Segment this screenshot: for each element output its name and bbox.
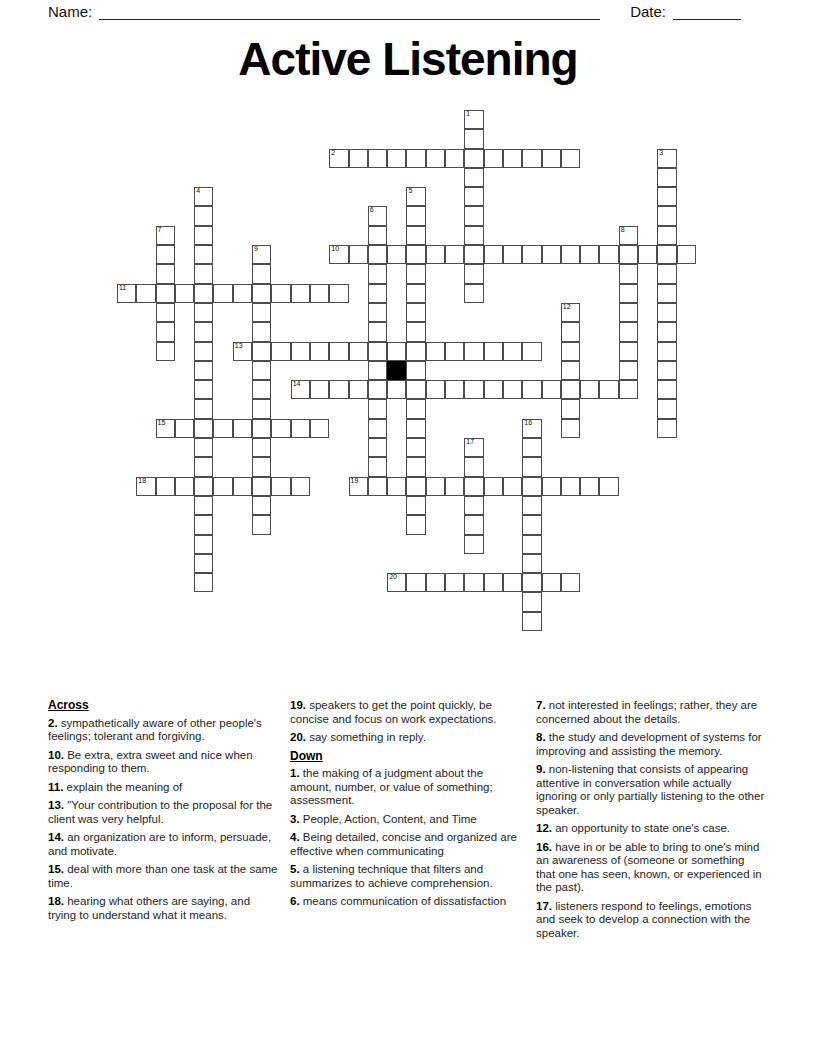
clue-column-3: 7. not interested in feelings; rather, t…	[536, 699, 766, 945]
cell-9-15[interactable]	[406, 284, 425, 303]
cell-13-23[interactable]	[561, 361, 580, 380]
cell-23-4[interactable]	[194, 554, 213, 573]
cell-9-7[interactable]	[252, 284, 271, 303]
cell-8-7[interactable]	[252, 264, 271, 283]
cell-number-3: 3	[659, 149, 663, 157]
cell-16-9[interactable]	[291, 419, 310, 438]
cell-11-4[interactable]	[194, 322, 213, 341]
cell-21-7[interactable]	[252, 515, 271, 534]
cell-16-28[interactable]	[657, 419, 676, 438]
cell-10-28[interactable]	[657, 303, 676, 322]
cell-7-4[interactable]	[194, 245, 213, 264]
cell-19-19[interactable]	[484, 477, 503, 496]
cell-7-21[interactable]	[522, 245, 541, 264]
cell-9-13[interactable]	[368, 284, 387, 303]
cell-7-19[interactable]	[484, 245, 503, 264]
cell-9-8[interactable]	[271, 284, 290, 303]
cell-20-15[interactable]	[406, 496, 425, 515]
cell-10-4[interactable]	[194, 303, 213, 322]
cell-15-4[interactable]	[194, 399, 213, 418]
cell-5-13[interactable]: 6	[368, 206, 387, 225]
cell-19-16[interactable]	[426, 477, 445, 496]
cell-19-14[interactable]	[387, 477, 406, 496]
cell-10-26[interactable]	[619, 303, 638, 322]
cell-6-4[interactable]	[194, 226, 213, 245]
cell-24-17[interactable]	[445, 573, 464, 592]
cell-2-15[interactable]	[406, 149, 425, 168]
cell-10-13[interactable]	[368, 303, 387, 322]
crossword-grid: 1234567891011121314151617181920	[117, 110, 696, 631]
cell-16-2[interactable]: 15	[156, 419, 175, 438]
cell-12-19[interactable]	[484, 342, 503, 361]
cell-9-26[interactable]	[619, 284, 638, 303]
clue-17: 17. listeners respond to feelings, emoti…	[536, 900, 766, 941]
cell-16-6[interactable]	[233, 419, 252, 438]
worksheet-page: { "game": "crossword", "header": { "name…	[0, 0, 816, 1056]
across-clues-header: Across	[48, 699, 278, 713]
cell-number-6: 6	[370, 206, 374, 214]
cell-11-26[interactable]	[619, 322, 638, 341]
cell-15-23[interactable]	[561, 399, 580, 418]
cell-5-15[interactable]	[406, 206, 425, 225]
clue-1: 1. the making of a judgment about the am…	[290, 767, 520, 808]
cell-12-23[interactable]	[561, 342, 580, 361]
cell-15-13[interactable]	[368, 399, 387, 418]
cell-12-20[interactable]	[503, 342, 522, 361]
cell-9-3[interactable]	[175, 284, 194, 303]
clue-20: 20. say something in reply.	[290, 731, 520, 745]
cell-6-18[interactable]	[464, 226, 483, 245]
cell-6-13[interactable]	[368, 226, 387, 245]
cell-24-23[interactable]	[561, 573, 580, 592]
cell-7-26[interactable]	[619, 245, 638, 264]
cell-12-13[interactable]	[368, 342, 387, 361]
cell-4-18[interactable]	[464, 187, 483, 206]
black-cell-13-14	[387, 361, 406, 380]
cell-14-11[interactable]	[329, 380, 348, 399]
cell-14-28[interactable]	[657, 380, 676, 399]
cell-12-11[interactable]	[329, 342, 348, 361]
cell-24-4[interactable]	[194, 573, 213, 592]
cell-9-6[interactable]	[233, 284, 252, 303]
cell-14-13[interactable]	[368, 380, 387, 399]
cell-2-16[interactable]	[426, 149, 445, 168]
clue-18: 18. hearing what others are saying, and …	[48, 895, 278, 922]
cell-14-22[interactable]	[542, 380, 561, 399]
clue-13: 13. "Your contribution to the proposal f…	[48, 799, 278, 826]
cell-17-21[interactable]	[522, 438, 541, 457]
cell-16-21[interactable]: 16	[522, 419, 541, 438]
clue-15: 15. deal with more than one task at the …	[48, 863, 278, 890]
cell-8-2[interactable]	[156, 264, 175, 283]
cell-13-15[interactable]	[406, 361, 425, 380]
page-title: Active Listening	[0, 32, 816, 86]
cell-number-7: 7	[158, 226, 162, 234]
clue-column-2: 19. speakers to get the point quickly, b…	[290, 699, 520, 914]
cell-14-24[interactable]	[580, 380, 599, 399]
cell-12-2[interactable]	[156, 342, 175, 361]
cell-14-23[interactable]	[561, 380, 580, 399]
cell-9-9[interactable]	[291, 284, 310, 303]
cell-12-4[interactable]	[194, 342, 213, 361]
cell-number-16: 16	[524, 419, 532, 427]
cell-9-0[interactable]: 11	[117, 284, 136, 303]
cell-7-13[interactable]	[368, 245, 387, 264]
cell-12-8[interactable]	[271, 342, 290, 361]
cell-number-10: 10	[331, 245, 339, 253]
cell-number-18: 18	[138, 477, 146, 485]
cell-19-1[interactable]: 18	[136, 477, 155, 496]
cell-number-17: 17	[466, 438, 474, 446]
cell-20-4[interactable]	[194, 496, 213, 515]
cell-11-7[interactable]	[252, 322, 271, 341]
cell-20-18[interactable]	[464, 496, 483, 515]
date-label: Date:	[630, 3, 666, 20]
cell-14-20[interactable]	[503, 380, 522, 399]
cell-13-28[interactable]	[657, 361, 676, 380]
cell-11-13[interactable]	[368, 322, 387, 341]
cell-6-26[interactable]: 8	[619, 226, 638, 245]
cell-number-8: 8	[621, 226, 625, 234]
cell-14-14[interactable]	[387, 380, 406, 399]
cell-8-26[interactable]	[619, 264, 638, 283]
cell-2-11[interactable]: 2	[329, 149, 348, 168]
cell-19-20[interactable]	[503, 477, 522, 496]
cell-11-2[interactable]	[156, 322, 175, 341]
cell-14-16[interactable]	[426, 380, 445, 399]
cell-7-2[interactable]	[156, 245, 175, 264]
cell-7-22[interactable]	[542, 245, 561, 264]
cell-14-25[interactable]	[599, 380, 618, 399]
cell-number-15: 15	[158, 419, 166, 427]
cell-12-10[interactable]	[310, 342, 329, 361]
cell-7-14[interactable]	[387, 245, 406, 264]
cell-8-13[interactable]	[368, 264, 387, 283]
cell-10-7[interactable]	[252, 303, 271, 322]
cell-9-28[interactable]	[657, 284, 676, 303]
cell-12-26[interactable]	[619, 342, 638, 361]
cell-17-18[interactable]: 17	[464, 438, 483, 457]
cell-18-7[interactable]	[252, 457, 271, 476]
cell-7-7[interactable]: 9	[252, 245, 271, 264]
cell-14-7[interactable]	[252, 380, 271, 399]
cell-12-14[interactable]	[387, 342, 406, 361]
cell-14-4[interactable]	[194, 380, 213, 399]
name-label: Name:	[48, 3, 92, 20]
cell-7-11[interactable]: 10	[329, 245, 348, 264]
cell-9-11[interactable]	[329, 284, 348, 303]
cell-14-10[interactable]	[310, 380, 329, 399]
cell-2-20[interactable]	[503, 149, 522, 168]
cell-19-25[interactable]	[599, 477, 618, 496]
cell-18-13[interactable]	[368, 457, 387, 476]
cell-19-13[interactable]	[368, 477, 387, 496]
cell-24-18[interactable]	[464, 573, 483, 592]
cell-9-2[interactable]	[156, 284, 175, 303]
clue-2: 2. sympathetically aware of other people…	[48, 717, 278, 744]
cell-2-22[interactable]	[542, 149, 561, 168]
cell-12-17[interactable]	[445, 342, 464, 361]
cell-10-23[interactable]: 12	[561, 303, 580, 322]
cell-12-9[interactable]	[291, 342, 310, 361]
cell-19-15[interactable]	[406, 477, 425, 496]
cell-19-6[interactable]	[233, 477, 252, 496]
cell-16-13[interactable]	[368, 419, 387, 438]
cell-13-13[interactable]	[368, 361, 387, 380]
cell-7-17[interactable]	[445, 245, 464, 264]
cell-19-8[interactable]	[271, 477, 290, 496]
cell-7-20[interactable]	[503, 245, 522, 264]
cell-4-15[interactable]: 5	[406, 187, 425, 206]
cell-14-21[interactable]	[522, 380, 541, 399]
cell-6-15[interactable]	[406, 226, 425, 245]
cell-12-18[interactable]	[464, 342, 483, 361]
cell-11-15[interactable]	[406, 322, 425, 341]
cell-2-17[interactable]	[445, 149, 464, 168]
cell-2-18[interactable]	[464, 149, 483, 168]
cell-number-12: 12	[563, 303, 571, 311]
cell-2-13[interactable]	[368, 149, 387, 168]
cell-16-5[interactable]	[213, 419, 232, 438]
cell-17-4[interactable]	[194, 438, 213, 457]
cell-14-26[interactable]	[619, 380, 638, 399]
down-clues-header: Down	[290, 750, 520, 764]
cell-19-17[interactable]	[445, 477, 464, 496]
cell-12-21[interactable]	[522, 342, 541, 361]
cell-15-28[interactable]	[657, 399, 676, 418]
cell-16-4[interactable]	[194, 419, 213, 438]
cell-number-19: 19	[351, 477, 359, 485]
cell-19-5[interactable]	[213, 477, 232, 496]
cell-7-16[interactable]	[426, 245, 445, 264]
cell-15-15[interactable]	[406, 399, 425, 418]
cell-4-28[interactable]	[657, 187, 676, 206]
cell-12-7[interactable]	[252, 342, 271, 361]
cell-0-18[interactable]: 1	[464, 110, 483, 129]
cell-14-12[interactable]	[349, 380, 368, 399]
cell-7-24[interactable]	[580, 245, 599, 264]
cell-5-28[interactable]	[657, 206, 676, 225]
cell-25-21[interactable]	[522, 592, 541, 611]
cell-7-28[interactable]	[657, 245, 676, 264]
cell-18-4[interactable]	[194, 457, 213, 476]
cell-number-11: 11	[119, 284, 126, 292]
cell-21-21[interactable]	[522, 515, 541, 534]
cell-24-21[interactable]	[522, 573, 541, 592]
cell-14-9[interactable]: 14	[291, 380, 310, 399]
cell-19-7[interactable]	[252, 477, 271, 496]
clue-6: 6. means communication of dissatisfactio…	[290, 895, 520, 909]
cell-number-2: 2	[331, 149, 335, 157]
cell-9-10[interactable]	[310, 284, 329, 303]
cell-17-15[interactable]	[406, 438, 425, 457]
cell-8-18[interactable]	[464, 264, 483, 283]
cell-19-21[interactable]	[522, 477, 541, 496]
cell-24-22[interactable]	[542, 573, 561, 592]
cell-2-23[interactable]	[561, 149, 580, 168]
clue-12: 12. an opportunity to state one's case.	[536, 822, 766, 836]
cell-19-24[interactable]	[580, 477, 599, 496]
cell-20-21[interactable]	[522, 496, 541, 515]
cell-12-6[interactable]: 13	[233, 342, 252, 361]
cell-9-5[interactable]	[213, 284, 232, 303]
cell-number-5: 5	[408, 187, 412, 195]
cell-16-7[interactable]	[252, 419, 271, 438]
clue-7: 7. not interested in feelings; rather, t…	[536, 699, 766, 726]
cell-13-26[interactable]	[619, 361, 638, 380]
cell-21-4[interactable]	[194, 515, 213, 534]
date-input-line[interactable]	[673, 3, 741, 20]
clue-11: 11. explain the meaning of	[48, 781, 278, 795]
cell-11-23[interactable]	[561, 322, 580, 341]
cell-14-17[interactable]	[445, 380, 464, 399]
cell-5-4[interactable]	[194, 206, 213, 225]
cell-8-4[interactable]	[194, 264, 213, 283]
cell-22-21[interactable]	[522, 535, 541, 554]
cell-16-3[interactable]	[175, 419, 194, 438]
cell-number-4: 4	[196, 187, 200, 195]
cell-2-12[interactable]	[349, 149, 368, 168]
cell-12-28[interactable]	[657, 342, 676, 361]
cell-7-18[interactable]	[464, 245, 483, 264]
cell-19-9[interactable]	[291, 477, 310, 496]
cell-7-29[interactable]	[677, 245, 696, 264]
cell-17-7[interactable]	[252, 438, 271, 457]
cell-9-18[interactable]	[464, 284, 483, 303]
clue-3: 3. People, Action, Content, and Time	[290, 813, 520, 827]
cell-12-15[interactable]	[406, 342, 425, 361]
cell-6-28[interactable]	[657, 226, 676, 245]
clue-5: 5. a listening technique that filters an…	[290, 863, 520, 890]
cell-7-12[interactable]	[349, 245, 368, 264]
cell-22-4[interactable]	[194, 535, 213, 554]
cell-10-15[interactable]	[406, 303, 425, 322]
cell-18-15[interactable]	[406, 457, 425, 476]
cell-21-15[interactable]	[406, 515, 425, 534]
clue-19: 19. speakers to get the point quickly, b…	[290, 699, 520, 726]
cell-5-18[interactable]	[464, 206, 483, 225]
clue-9: 9. non-listening that consists of appear…	[536, 763, 766, 817]
cell-number-9: 9	[254, 245, 258, 253]
cell-8-28[interactable]	[657, 264, 676, 283]
cell-2-19[interactable]	[484, 149, 503, 168]
cell-15-7[interactable]	[252, 399, 271, 418]
cell-22-18[interactable]	[464, 535, 483, 554]
cell-4-4[interactable]: 4	[194, 187, 213, 206]
clue-14: 14. an organization are to inform, persu…	[48, 831, 278, 858]
cell-19-22[interactable]	[542, 477, 561, 496]
cell-3-18[interactable]	[464, 168, 483, 187]
cell-24-15[interactable]	[406, 573, 425, 592]
cell-19-18[interactable]	[464, 477, 483, 496]
cell-19-2[interactable]	[156, 477, 175, 496]
cell-2-14[interactable]	[387, 149, 406, 168]
cell-14-19[interactable]	[484, 380, 503, 399]
cell-12-16[interactable]	[426, 342, 445, 361]
cell-24-14[interactable]: 20	[387, 573, 406, 592]
cell-19-12[interactable]: 19	[349, 477, 368, 496]
cell-7-23[interactable]	[561, 245, 580, 264]
clue-8: 8. the study and development of systems …	[536, 731, 766, 758]
cell-23-21[interactable]	[522, 554, 541, 573]
cell-18-21[interactable]	[522, 457, 541, 476]
cell-14-15[interactable]	[406, 380, 425, 399]
cell-24-16[interactable]	[426, 573, 445, 592]
cell-18-18[interactable]	[464, 457, 483, 476]
cell-13-4[interactable]	[194, 361, 213, 380]
header-bar: Name: Date:	[48, 2, 741, 20]
cell-7-27[interactable]	[638, 245, 657, 264]
name-input-line[interactable]	[99, 3, 600, 20]
cell-20-7[interactable]	[252, 496, 271, 515]
cell-3-28[interactable]	[657, 168, 676, 187]
cell-16-23[interactable]	[561, 419, 580, 438]
cell-9-4[interactable]	[194, 284, 213, 303]
cell-16-15[interactable]	[406, 419, 425, 438]
cell-number-14: 14	[293, 380, 301, 388]
cell-21-18[interactable]	[464, 515, 483, 534]
cell-12-12[interactable]	[349, 342, 368, 361]
cell-24-19[interactable]	[484, 573, 503, 592]
cell-2-28[interactable]: 3	[657, 149, 676, 168]
clue-column-1: Across2. sympathetically aware of other …	[48, 699, 278, 927]
cell-10-2[interactable]	[156, 303, 175, 322]
cell-19-3[interactable]	[175, 477, 194, 496]
cell-17-13[interactable]	[368, 438, 387, 457]
cell-13-7[interactable]	[252, 361, 271, 380]
clue-4: 4. Being detailed, concise and organized…	[290, 831, 520, 858]
cell-number-13: 13	[235, 342, 243, 350]
cell-1-18[interactable]	[464, 129, 483, 148]
cell-2-21[interactable]	[522, 149, 541, 168]
cell-16-10[interactable]	[310, 419, 329, 438]
cell-7-25[interactable]	[599, 245, 618, 264]
cell-number-1: 1	[466, 110, 470, 118]
cell-8-15[interactable]	[406, 264, 425, 283]
cell-6-2[interactable]: 7	[156, 226, 175, 245]
cell-16-8[interactable]	[271, 419, 290, 438]
cell-19-23[interactable]	[561, 477, 580, 496]
cell-11-28[interactable]	[657, 322, 676, 341]
cell-number-20: 20	[389, 573, 397, 581]
cell-9-1[interactable]	[136, 284, 155, 303]
cell-19-4[interactable]	[194, 477, 213, 496]
cell-7-15[interactable]	[406, 245, 425, 264]
clue-16: 16. have in or be able to bring to one's…	[536, 841, 766, 895]
cell-26-21[interactable]	[522, 612, 541, 631]
cell-24-20[interactable]	[503, 573, 522, 592]
cell-14-18[interactable]	[464, 380, 483, 399]
clue-10: 10. Be extra, extra sweet and nice when …	[48, 749, 278, 776]
